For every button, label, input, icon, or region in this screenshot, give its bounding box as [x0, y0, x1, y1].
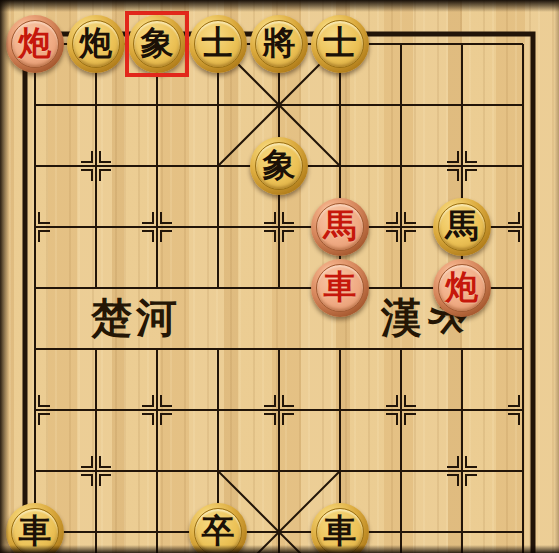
piece-black-elephant-b[interactable]: 象	[250, 137, 308, 195]
piece-black-soldier[interactable]: 卒	[189, 503, 247, 553]
piece-face: 車	[316, 264, 364, 312]
piece-face: 炮	[11, 20, 59, 68]
piece-black-horse[interactable]: 馬	[433, 198, 491, 256]
piece-face: 車	[11, 508, 59, 553]
piece-character: 卒	[202, 515, 235, 548]
piece-face: 將	[255, 20, 303, 68]
piece-character: 將	[263, 27, 296, 60]
piece-black-cannon[interactable]: 炮	[67, 15, 125, 73]
last-move-highlight	[125, 11, 189, 77]
piece-red-chariot[interactable]: 車	[311, 259, 369, 317]
piece-face: 車	[316, 508, 364, 553]
piece-character: 炮	[80, 27, 113, 60]
piece-grid: 炮炮象士將士象馬馬車炮車卒車	[5, 14, 554, 553]
piece-character: 象	[263, 149, 296, 182]
piece-character: 士	[202, 27, 235, 60]
piece-face: 炮	[72, 20, 120, 68]
piece-character: 炮	[19, 27, 52, 60]
piece-face: 士	[194, 20, 242, 68]
xiangqi-board: 楚河 漢界 炮炮象士將士象馬馬車炮車卒車	[0, 0, 559, 553]
piece-black-chariot-a[interactable]: 車	[6, 503, 64, 553]
piece-character: 車	[324, 515, 357, 548]
piece-black-chariot-b[interactable]: 車	[311, 503, 369, 553]
piece-black-general[interactable]: 將	[250, 15, 308, 73]
piece-character: 士	[324, 27, 357, 60]
piece-face: 象	[255, 142, 303, 190]
piece-face: 馬	[438, 203, 486, 251]
piece-red-cannon-a[interactable]: 炮	[6, 15, 64, 73]
piece-black-advisor-a[interactable]: 士	[189, 15, 247, 73]
piece-face: 士	[316, 20, 364, 68]
piece-red-cannon-b[interactable]: 炮	[433, 259, 491, 317]
piece-face: 炮	[438, 264, 486, 312]
piece-character: 馬	[446, 210, 479, 243]
piece-red-horse[interactable]: 馬	[311, 198, 369, 256]
piece-character: 炮	[446, 271, 479, 304]
piece-black-advisor-b[interactable]: 士	[311, 15, 369, 73]
piece-face: 卒	[194, 508, 242, 553]
piece-character: 馬	[324, 210, 357, 243]
piece-character: 車	[19, 515, 52, 548]
piece-face: 馬	[316, 203, 364, 251]
piece-character: 車	[324, 271, 357, 304]
